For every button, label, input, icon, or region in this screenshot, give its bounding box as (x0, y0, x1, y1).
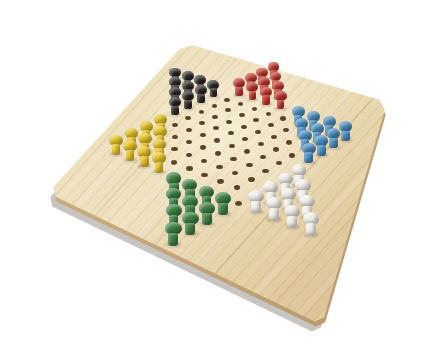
hole[interactable] (286, 140, 292, 144)
hole[interactable] (224, 98, 230, 102)
hole[interactable] (258, 142, 264, 146)
peg-body (262, 95, 270, 105)
peg-body (249, 91, 257, 101)
hole[interactable] (212, 104, 218, 108)
peg-green[interactable] (199, 202, 215, 226)
peg-body (112, 144, 121, 155)
peg-yellow[interactable] (123, 140, 137, 161)
hole[interactable] (241, 125, 247, 129)
hole[interactable] (172, 135, 178, 139)
peg-body (126, 150, 135, 161)
peg-body (287, 216, 297, 229)
peg-white[interactable] (248, 190, 264, 213)
hole[interactable] (200, 133, 206, 137)
peg-white[interactable] (303, 212, 319, 236)
hole[interactable] (271, 135, 277, 139)
hole[interactable] (186, 128, 192, 132)
peg-white[interactable] (284, 205, 300, 229)
peg-body (168, 233, 178, 246)
hole[interactable] (212, 115, 218, 119)
peg-body (184, 100, 192, 110)
hole[interactable] (280, 116, 286, 120)
peg-body (251, 201, 261, 213)
peg-body (235, 87, 242, 96)
hole[interactable] (216, 165, 223, 170)
hole[interactable] (244, 149, 250, 154)
hole[interactable] (201, 173, 208, 178)
peg-green[interactable] (215, 192, 231, 215)
scene (0, 0, 430, 360)
hole[interactable] (226, 120, 232, 124)
peg-body (155, 162, 164, 173)
peg-body (202, 213, 212, 225)
peg-yellow[interactable] (137, 146, 151, 167)
peg-body (140, 156, 149, 167)
hole[interactable] (214, 138, 220, 142)
peg-black[interactable] (207, 80, 219, 98)
hole[interactable] (230, 157, 236, 162)
peg-body (317, 145, 326, 156)
peg-body (341, 131, 349, 142)
hole[interactable] (215, 151, 221, 156)
hole[interactable] (200, 145, 206, 149)
hole[interactable] (268, 123, 274, 127)
peg-body (197, 94, 205, 104)
hole[interactable] (246, 163, 253, 168)
hole[interactable] (229, 144, 235, 148)
peg-green[interactable] (165, 222, 182, 246)
hole[interactable] (252, 107, 258, 111)
peg-blue[interactable] (302, 143, 316, 164)
peg-red[interactable] (274, 91, 287, 109)
hole[interactable] (186, 166, 193, 171)
hole[interactable] (266, 112, 272, 116)
peg-body (306, 223, 316, 236)
peg-black[interactable] (182, 91, 194, 109)
peg-red[interactable] (233, 78, 245, 96)
peg-white[interactable] (266, 197, 282, 220)
peg-body (329, 138, 337, 149)
peg-body (218, 203, 228, 215)
hole[interactable] (248, 177, 255, 182)
peg-body (304, 152, 313, 163)
peg-blue[interactable] (327, 128, 341, 148)
peg-blue[interactable] (314, 135, 328, 156)
peg-yellow[interactable] (152, 152, 166, 173)
peg-green[interactable] (182, 212, 198, 236)
hole[interactable] (172, 123, 178, 127)
hole[interactable] (289, 153, 295, 158)
peg-blue[interactable] (339, 121, 353, 141)
peg-red[interactable] (246, 82, 258, 100)
peg-yellow[interactable] (109, 135, 123, 155)
hole[interactable] (217, 179, 224, 184)
peg-body (210, 88, 217, 97)
peg-body (277, 100, 285, 110)
peg-black[interactable] (169, 97, 182, 116)
peg-body (185, 223, 195, 236)
peg-body (269, 208, 279, 220)
peg-body (171, 106, 179, 116)
peg-red[interactable] (260, 87, 272, 105)
peg-black[interactable] (195, 85, 207, 103)
